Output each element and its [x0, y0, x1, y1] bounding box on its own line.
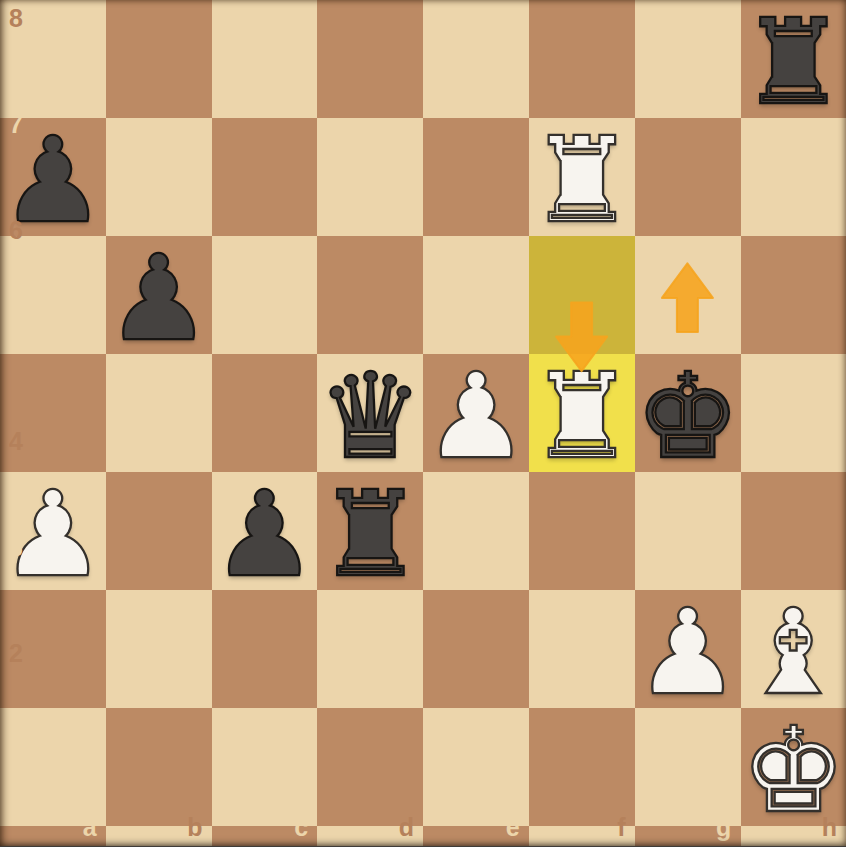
- black-pawn-c4[interactable]: ♟: [212, 475, 318, 593]
- square-e2[interactable]: [423, 708, 529, 826]
- square-f6[interactable]: [529, 236, 635, 354]
- black-king-g5[interactable]: ♚: [635, 357, 741, 475]
- white-pawn-e5[interactable]: ♟: [423, 357, 529, 475]
- black-pawn-a7[interactable]: ♟: [0, 121, 106, 239]
- square-c1[interactable]: [212, 826, 318, 846]
- white-rook-f5[interactable]: ♜: [529, 357, 635, 475]
- square-h1[interactable]: [741, 826, 846, 846]
- square-g3[interactable]: ♟: [635, 590, 741, 708]
- square-a1[interactable]: [0, 826, 106, 846]
- square-c6[interactable]: [212, 236, 318, 354]
- black-rook-d4[interactable]: ♜: [317, 475, 423, 593]
- square-f7[interactable]: ♜: [529, 118, 635, 236]
- square-e7[interactable]: [423, 118, 529, 236]
- square-f3[interactable]: [529, 590, 635, 708]
- black-queen-d5[interactable]: ♛: [317, 357, 423, 475]
- square-h6[interactable]: [741, 236, 846, 354]
- square-d3[interactable]: [317, 590, 423, 708]
- white-pawn-g3[interactable]: ♟: [635, 593, 741, 711]
- square-f4[interactable]: [529, 472, 635, 590]
- square-e4[interactable]: [423, 472, 529, 590]
- square-h2[interactable]: ♚: [741, 708, 846, 826]
- white-pawn-a4[interactable]: ♟: [0, 475, 106, 593]
- square-e6[interactable]: [423, 236, 529, 354]
- square-e1[interactable]: [423, 826, 529, 846]
- square-g7[interactable]: [635, 118, 741, 236]
- square-b6[interactable]: ♟: [106, 236, 212, 354]
- square-c4[interactable]: ♟: [212, 472, 318, 590]
- square-d7[interactable]: [317, 118, 423, 236]
- square-e3[interactable]: [423, 590, 529, 708]
- square-h5[interactable]: [741, 354, 846, 472]
- square-f8[interactable]: [529, 0, 635, 118]
- square-g2[interactable]: [635, 708, 741, 826]
- black-rook-h8[interactable]: ♜: [741, 3, 846, 121]
- square-c2[interactable]: [212, 708, 318, 826]
- square-b1[interactable]: [106, 826, 212, 846]
- square-h8[interactable]: ♜: [741, 0, 846, 118]
- square-a4[interactable]: ♟: [0, 472, 106, 590]
- square-d8[interactable]: [317, 0, 423, 118]
- square-g8[interactable]: [635, 0, 741, 118]
- square-h7[interactable]: [741, 118, 846, 236]
- square-b3[interactable]: [106, 590, 212, 708]
- square-g1[interactable]: [635, 826, 741, 846]
- square-b2[interactable]: [106, 708, 212, 826]
- square-b4[interactable]: [106, 472, 212, 590]
- square-g5[interactable]: ♚: [635, 354, 741, 472]
- square-d2[interactable]: [317, 708, 423, 826]
- white-king-h2[interactable]: ♚: [741, 711, 846, 829]
- square-a6[interactable]: [0, 236, 106, 354]
- white-rook-f7[interactable]: ♜: [529, 121, 635, 239]
- square-e5[interactable]: ♟: [423, 354, 529, 472]
- square-d1[interactable]: [317, 826, 423, 846]
- square-g4[interactable]: [635, 472, 741, 590]
- square-e8[interactable]: [423, 0, 529, 118]
- square-f2[interactable]: [529, 708, 635, 826]
- black-pawn-b6[interactable]: ♟: [106, 239, 212, 357]
- square-c3[interactable]: [212, 590, 318, 708]
- square-h3[interactable]: ♝: [741, 590, 846, 708]
- square-a8[interactable]: [0, 0, 106, 118]
- square-b7[interactable]: [106, 118, 212, 236]
- square-a5[interactable]: [0, 354, 106, 472]
- white-bishop-h3[interactable]: ♝: [741, 593, 846, 711]
- square-d6[interactable]: [317, 236, 423, 354]
- square-b5[interactable]: [106, 354, 212, 472]
- square-d5[interactable]: ♛: [317, 354, 423, 472]
- square-a3[interactable]: [0, 590, 106, 708]
- chess-board: ♜♟♜♟♛♟♜♚♟♟♜♟♝♚87654321abcdefgh: [0, 0, 846, 846]
- square-h4[interactable]: [741, 472, 846, 590]
- square-c7[interactable]: [212, 118, 318, 236]
- square-c8[interactable]: [212, 0, 318, 118]
- square-d4[interactable]: ♜: [317, 472, 423, 590]
- square-c5[interactable]: [212, 354, 318, 472]
- square-a7[interactable]: ♟: [0, 118, 106, 236]
- square-f5[interactable]: ♜: [529, 354, 635, 472]
- square-g6[interactable]: [635, 236, 741, 354]
- square-a2[interactable]: [0, 708, 106, 826]
- square-f1[interactable]: [529, 826, 635, 846]
- square-b8[interactable]: [106, 0, 212, 118]
